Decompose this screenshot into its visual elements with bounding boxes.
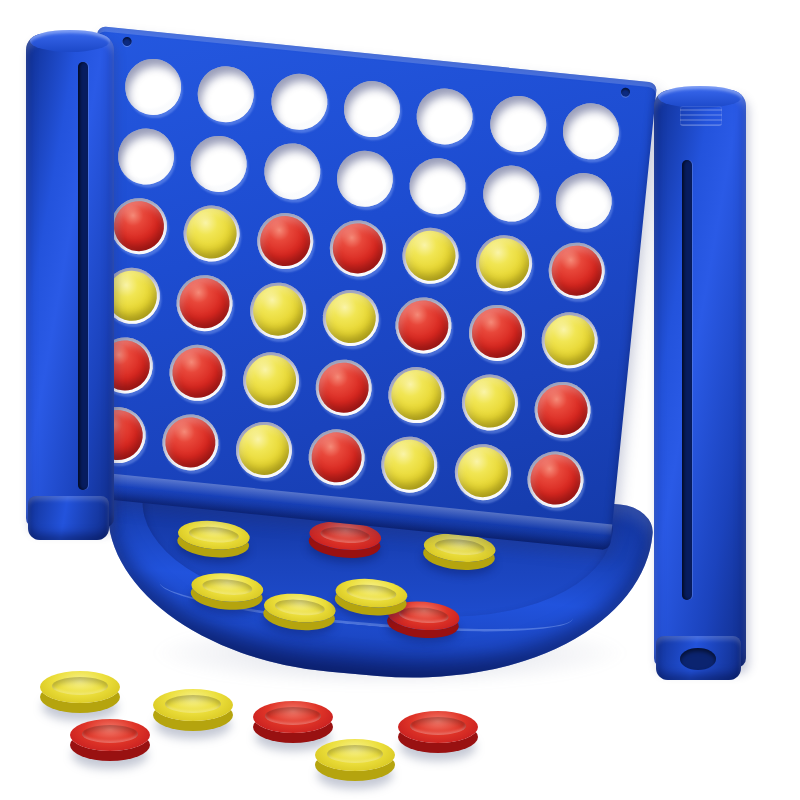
cell-r5c3[interactable] <box>231 342 311 419</box>
hole <box>174 273 235 334</box>
hinge-pin-right <box>621 87 631 97</box>
hole <box>386 364 447 425</box>
empty-hole <box>341 78 402 139</box>
cell-r6c5[interactable] <box>370 426 450 503</box>
hole <box>379 434 440 495</box>
cell-r5c5[interactable] <box>377 357 457 434</box>
cell-r4c6[interactable] <box>457 294 537 371</box>
loose-disc-yellow[interactable] <box>40 671 120 703</box>
hinge-pin-left <box>122 37 132 47</box>
board-grid <box>77 48 631 518</box>
cell-r3c2[interactable] <box>172 195 252 272</box>
empty-hole <box>407 155 468 216</box>
loose-disc-red[interactable] <box>70 719 150 751</box>
empty-hole <box>188 133 249 194</box>
empty-hole <box>268 71 329 132</box>
hole <box>525 449 586 510</box>
cell-r6c4[interactable] <box>297 419 377 496</box>
cell-r6c3[interactable] <box>224 411 304 488</box>
hole <box>233 419 294 480</box>
board-disc-yellow <box>382 437 437 492</box>
hole <box>254 210 315 271</box>
board-disc-red <box>163 415 218 470</box>
cell-r5c4[interactable] <box>304 349 384 426</box>
empty-hole <box>261 141 322 202</box>
board-panel <box>51 26 658 550</box>
hole <box>452 441 513 502</box>
left-handle-pillar <box>26 34 114 528</box>
cell-r4c7[interactable] <box>530 302 610 379</box>
board-disc-red <box>316 360 371 415</box>
board-disc-red <box>111 199 166 254</box>
hole <box>473 233 534 294</box>
hole <box>466 302 527 363</box>
board-disc-yellow <box>462 375 517 430</box>
empty-hole <box>414 86 475 147</box>
hole <box>240 350 301 411</box>
right-pillar-cap <box>658 86 742 108</box>
empty-hole <box>334 148 395 209</box>
cell-r2c4[interactable] <box>325 140 405 217</box>
hole <box>181 203 242 264</box>
hole <box>459 372 520 433</box>
loose-disc-yellow[interactable] <box>153 689 233 721</box>
cell-r1c7[interactable] <box>551 93 631 170</box>
cell-r5c2[interactable] <box>158 334 238 411</box>
cell-r4c2[interactable] <box>165 265 245 342</box>
cell-r1c5[interactable] <box>405 78 485 155</box>
cell-r1c3[interactable] <box>259 63 339 140</box>
empty-hole <box>195 64 256 125</box>
cell-r1c2[interactable] <box>186 56 266 133</box>
board-disc-red <box>528 452 583 507</box>
cell-r6c6[interactable] <box>443 434 523 511</box>
board-disc-yellow <box>389 368 444 423</box>
hole <box>108 195 169 256</box>
cell-r2c7[interactable] <box>544 162 624 239</box>
board-disc-yellow <box>323 291 378 346</box>
cell-r2c3[interactable] <box>252 133 332 210</box>
loose-disc-yellow[interactable] <box>315 739 395 771</box>
cell-r3c4[interactable] <box>318 210 398 287</box>
empty-hole <box>122 56 183 117</box>
cell-r6c2[interactable] <box>150 404 230 481</box>
hole <box>400 225 461 286</box>
foot-notch <box>680 648 716 670</box>
left-pillar-cap <box>30 30 110 52</box>
cell-r4c3[interactable] <box>238 272 318 349</box>
board-disc-red <box>535 383 590 438</box>
hole <box>546 240 607 301</box>
cell-r4c4[interactable] <box>311 280 391 357</box>
board-disc-yellow <box>477 236 532 291</box>
empty-hole <box>487 93 548 154</box>
cell-r2c6[interactable] <box>471 155 551 232</box>
cell-r1c4[interactable] <box>332 71 412 148</box>
cell-r4c5[interactable] <box>384 287 464 364</box>
right-pillar-slot <box>682 160 692 600</box>
board-disc-yellow <box>543 313 598 368</box>
cell-r3c7[interactable] <box>537 232 617 309</box>
board-disc-red <box>257 214 312 269</box>
hole <box>393 295 454 356</box>
hole <box>313 357 374 418</box>
cell-r1c6[interactable] <box>478 85 558 162</box>
cell-r3c3[interactable] <box>245 202 325 279</box>
hasbro-emboss-icon <box>680 106 722 126</box>
right-handle-pillar <box>654 90 746 668</box>
empty-hole <box>115 126 176 187</box>
cell-r5c7[interactable] <box>523 371 603 448</box>
board-disc-red <box>330 221 385 276</box>
hole <box>532 379 593 440</box>
hole <box>306 427 367 488</box>
board-disc-yellow <box>184 206 239 261</box>
product-photo-stage <box>0 0 800 800</box>
cell-r3c5[interactable] <box>391 217 471 294</box>
left-pillar-slot <box>78 62 88 490</box>
hole <box>160 412 221 473</box>
empty-hole <box>553 170 614 231</box>
board-disc-yellow <box>455 445 510 500</box>
hole <box>327 218 388 279</box>
right-pillar-foot <box>656 636 741 680</box>
hole <box>247 280 308 341</box>
hole <box>167 342 228 403</box>
left-pillar-foot <box>28 496 109 540</box>
hole <box>320 287 381 348</box>
empty-hole <box>560 101 621 162</box>
empty-hole <box>480 163 541 224</box>
board-disc-red <box>309 430 364 485</box>
board-disc-red <box>469 305 524 360</box>
board-disc-yellow <box>243 353 298 408</box>
cell-r2c1[interactable] <box>106 118 186 195</box>
cell-r2c2[interactable] <box>179 125 259 202</box>
board-disc-red <box>550 243 605 298</box>
cell-r5c6[interactable] <box>450 364 530 441</box>
board-disc-red <box>396 298 451 353</box>
cell-r1c1[interactable] <box>113 48 193 125</box>
cell-r2c5[interactable] <box>398 148 478 225</box>
board-disc-yellow <box>250 283 305 338</box>
board-disc-yellow <box>236 423 291 478</box>
board-disc-red <box>170 345 225 400</box>
cell-r6c7[interactable] <box>516 441 596 518</box>
board-disc-red <box>177 276 232 331</box>
cell-r3c6[interactable] <box>464 225 544 302</box>
board-disc-yellow <box>404 228 459 283</box>
hole <box>539 310 600 371</box>
loose-disc-red[interactable] <box>253 701 333 733</box>
loose-disc-red[interactable] <box>398 711 478 743</box>
